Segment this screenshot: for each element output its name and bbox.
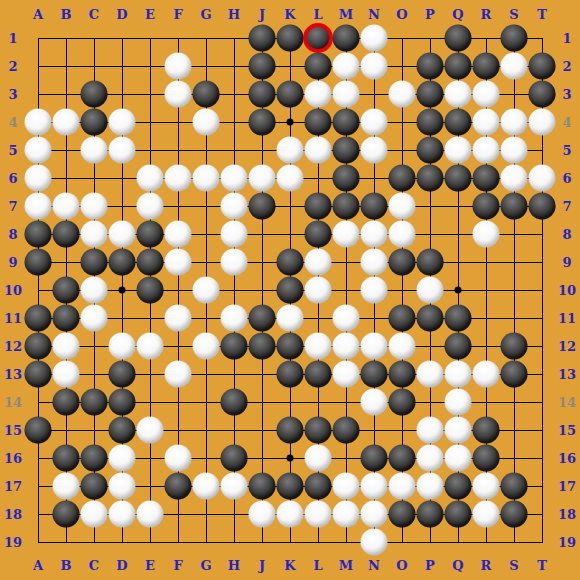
white-stone-G4: [193, 109, 220, 136]
black-stone-O11: [389, 305, 416, 332]
black-stone-O16: [389, 445, 416, 472]
white-stone-F11: [165, 305, 192, 332]
black-stone-D13: [109, 361, 136, 388]
white-stone-G17: [193, 473, 220, 500]
black-stone-K15: [277, 417, 304, 444]
black-stone-J11: [249, 305, 276, 332]
black-stone-M1: [333, 25, 360, 52]
white-stone-P16: [417, 445, 444, 472]
col-label-bottom-D: D: [116, 559, 127, 572]
white-stone-C18: [81, 501, 108, 528]
row-label-left-3: 3: [8, 88, 17, 101]
black-stone-K10: [277, 277, 304, 304]
row-label-right-17: 17: [558, 480, 576, 493]
black-stone-N13: [361, 361, 388, 388]
row-label-right-18: 18: [558, 508, 576, 521]
row-label-right-10: 10: [558, 284, 576, 297]
col-label-bottom-P: P: [425, 559, 435, 572]
col-label-bottom-Q: Q: [452, 559, 463, 572]
white-stone-F3: [165, 81, 192, 108]
white-stone-D8: [109, 221, 136, 248]
white-stone-L16: [305, 445, 332, 472]
black-stone-L8: [305, 221, 332, 248]
white-stone-N14: [361, 389, 388, 416]
white-stone-M8: [333, 221, 360, 248]
white-stone-P13: [417, 361, 444, 388]
white-stone-Q15: [445, 417, 472, 444]
black-stone-K3: [277, 81, 304, 108]
row-label-left-5: 5: [8, 144, 17, 157]
white-stone-N12: [361, 333, 388, 360]
black-stone-J12: [249, 333, 276, 360]
black-stone-H12: [221, 333, 248, 360]
white-stone-N10: [361, 277, 388, 304]
go-board[interactable]: AABBCCDDEEFFGGHHJJKKLLMMNNOOPPQQRRSSTT11…: [0, 0, 580, 580]
white-stone-S6: [501, 165, 528, 192]
black-stone-B11: [53, 305, 80, 332]
black-stone-R16: [473, 445, 500, 472]
black-stone-Q18: [445, 501, 472, 528]
white-stone-D12: [109, 333, 136, 360]
row-label-left-17: 17: [4, 480, 22, 493]
white-stone-B7: [53, 193, 80, 220]
col-label-bottom-L: L: [313, 559, 322, 572]
black-stone-N7: [361, 193, 388, 220]
black-stone-R2: [473, 53, 500, 80]
white-stone-B4: [53, 109, 80, 136]
white-stone-S2: [501, 53, 528, 80]
col-label-bottom-A: A: [33, 559, 43, 572]
black-stone-R15: [473, 417, 500, 444]
white-stone-H11: [221, 305, 248, 332]
row-label-right-2: 2: [562, 60, 571, 73]
row-label-right-7: 7: [562, 200, 571, 213]
row-label-right-16: 16: [558, 452, 576, 465]
white-stone-N18: [361, 501, 388, 528]
black-stone-H16: [221, 445, 248, 472]
white-stone-C11: [81, 305, 108, 332]
black-stone-A13: [25, 361, 52, 388]
white-stone-Q5: [445, 137, 472, 164]
white-stone-R3: [473, 81, 500, 108]
black-stone-S7: [501, 193, 528, 220]
white-stone-C10: [81, 277, 108, 304]
row-label-left-12: 12: [4, 340, 22, 353]
black-stone-C17: [81, 473, 108, 500]
white-stone-D16: [109, 445, 136, 472]
row-label-left-6: 6: [8, 172, 17, 185]
col-label-top-F: F: [173, 8, 182, 21]
black-stone-L7: [305, 193, 332, 220]
row-label-left-18: 18: [4, 508, 22, 521]
white-stone-G6: [193, 165, 220, 192]
black-stone-A15: [25, 417, 52, 444]
white-stone-B13: [53, 361, 80, 388]
white-stone-F16: [165, 445, 192, 472]
white-stone-C5: [81, 137, 108, 164]
col-label-bottom-H: H: [228, 559, 240, 572]
white-stone-R17: [473, 473, 500, 500]
col-label-bottom-G: G: [200, 559, 211, 572]
col-label-bottom-M: M: [339, 559, 353, 572]
black-stone-B16: [53, 445, 80, 472]
row-label-right-4: 4: [562, 116, 571, 129]
white-stone-R4: [473, 109, 500, 136]
black-stone-O14: [389, 389, 416, 416]
col-label-top-P: P: [425, 8, 435, 21]
white-stone-E6: [137, 165, 164, 192]
col-label-bottom-B: B: [61, 559, 72, 572]
black-stone-L2: [305, 53, 332, 80]
white-stone-M13: [333, 361, 360, 388]
white-stone-O12: [389, 333, 416, 360]
white-stone-K6: [277, 165, 304, 192]
row-label-left-16: 16: [4, 452, 22, 465]
black-stone-S17: [501, 473, 528, 500]
col-label-top-L: L: [313, 8, 322, 21]
black-stone-K13: [277, 361, 304, 388]
black-stone-E10: [137, 277, 164, 304]
row-label-right-9: 9: [562, 256, 571, 269]
row-label-left-11: 11: [4, 312, 22, 325]
row-label-right-13: 13: [558, 368, 576, 381]
white-stone-P10: [417, 277, 444, 304]
black-stone-C16: [81, 445, 108, 472]
last-move-marker: [303, 23, 333, 53]
white-stone-N19: [361, 529, 388, 556]
white-stone-F13: [165, 361, 192, 388]
black-stone-P18: [417, 501, 444, 528]
black-stone-O13: [389, 361, 416, 388]
white-stone-S5: [501, 137, 528, 164]
black-stone-A11: [25, 305, 52, 332]
white-stone-R18: [473, 501, 500, 528]
black-stone-T3: [529, 81, 556, 108]
col-label-top-D: D: [116, 8, 127, 21]
black-stone-K9: [277, 249, 304, 276]
white-stone-N4: [361, 109, 388, 136]
row-label-right-19: 19: [558, 536, 576, 549]
white-stone-P15: [417, 417, 444, 444]
col-label-bottom-J: J: [259, 559, 265, 572]
black-stone-S18: [501, 501, 528, 528]
row-label-right-1: 1: [562, 32, 571, 45]
white-stone-B12: [53, 333, 80, 360]
white-stone-E15: [137, 417, 164, 444]
col-label-top-A: A: [33, 8, 43, 21]
black-stone-Q4: [445, 109, 472, 136]
black-stone-B8: [53, 221, 80, 248]
row-label-left-1: 1: [8, 32, 17, 45]
row-label-right-3: 3: [562, 88, 571, 101]
white-stone-N17: [361, 473, 388, 500]
white-stone-F6: [165, 165, 192, 192]
black-stone-C14: [81, 389, 108, 416]
white-stone-T4: [529, 109, 556, 136]
row-label-left-4: 4: [8, 116, 17, 129]
col-label-top-K: K: [284, 8, 295, 21]
col-label-bottom-E: E: [145, 559, 155, 572]
white-stone-A6: [25, 165, 52, 192]
black-stone-K1: [277, 25, 304, 52]
black-stone-T2: [529, 53, 556, 80]
col-label-bottom-C: C: [89, 559, 99, 572]
row-label-right-11: 11: [558, 312, 576, 325]
black-stone-G3: [193, 81, 220, 108]
white-stone-F8: [165, 221, 192, 248]
black-stone-P9: [417, 249, 444, 276]
white-stone-G12: [193, 333, 220, 360]
grid-line-horizontal-19: [38, 542, 543, 543]
row-label-right-14: 14: [558, 396, 576, 409]
black-stone-Q12: [445, 333, 472, 360]
black-stone-L15: [305, 417, 332, 444]
white-stone-L5: [305, 137, 332, 164]
white-stone-K5: [277, 137, 304, 164]
white-stone-L9: [305, 249, 332, 276]
black-stone-E8: [137, 221, 164, 248]
white-stone-D18: [109, 501, 136, 528]
white-stone-M17: [333, 473, 360, 500]
white-stone-H7: [221, 193, 248, 220]
black-stone-O18: [389, 501, 416, 528]
white-stone-R13: [473, 361, 500, 388]
col-label-top-N: N: [368, 8, 380, 21]
black-stone-N16: [361, 445, 388, 472]
black-stone-Q2: [445, 53, 472, 80]
white-stone-A7: [25, 193, 52, 220]
black-stone-P11: [417, 305, 444, 332]
col-label-bottom-O: O: [396, 559, 407, 572]
white-stone-N1: [361, 25, 388, 52]
white-stone-M18: [333, 501, 360, 528]
white-stone-Q13: [445, 361, 472, 388]
row-label-right-12: 12: [558, 340, 576, 353]
white-stone-N9: [361, 249, 388, 276]
col-label-bottom-K: K: [284, 559, 295, 572]
black-stone-S12: [501, 333, 528, 360]
white-stone-B17: [53, 473, 80, 500]
black-stone-J17: [249, 473, 276, 500]
white-stone-A5: [25, 137, 52, 164]
col-label-bottom-R: R: [481, 559, 492, 572]
black-stone-C9: [81, 249, 108, 276]
white-stone-L10: [305, 277, 332, 304]
white-stone-N2: [361, 53, 388, 80]
white-stone-Q16: [445, 445, 472, 472]
col-label-bottom-S: S: [509, 559, 518, 572]
white-stone-F9: [165, 249, 192, 276]
black-stone-M4: [333, 109, 360, 136]
black-stone-D9: [109, 249, 136, 276]
hoshi-point-Q10: [455, 287, 462, 294]
white-stone-E12: [137, 333, 164, 360]
col-label-top-Q: Q: [452, 8, 463, 21]
col-label-bottom-F: F: [173, 559, 182, 572]
row-label-left-14: 14: [4, 396, 22, 409]
white-stone-A4: [25, 109, 52, 136]
white-stone-R5: [473, 137, 500, 164]
row-label-right-8: 8: [562, 228, 571, 241]
black-stone-O9: [389, 249, 416, 276]
black-stone-D15: [109, 417, 136, 444]
white-stone-J18: [249, 501, 276, 528]
row-label-left-13: 13: [4, 368, 22, 381]
white-stone-L18: [305, 501, 332, 528]
hoshi-point-K16: [287, 455, 294, 462]
black-stone-S13: [501, 361, 528, 388]
row-label-left-8: 8: [8, 228, 17, 241]
white-stone-P17: [417, 473, 444, 500]
col-label-top-G: G: [200, 8, 211, 21]
white-stone-K18: [277, 501, 304, 528]
black-stone-P4: [417, 109, 444, 136]
white-stone-H17: [221, 473, 248, 500]
black-stone-Q1: [445, 25, 472, 52]
white-stone-L12: [305, 333, 332, 360]
col-label-top-B: B: [61, 8, 72, 21]
white-stone-N5: [361, 137, 388, 164]
black-stone-A9: [25, 249, 52, 276]
white-stone-C8: [81, 221, 108, 248]
white-stone-J6: [249, 165, 276, 192]
col-label-top-J: J: [259, 8, 265, 21]
black-stone-B18: [53, 501, 80, 528]
black-stone-B10: [53, 277, 80, 304]
white-stone-O3: [389, 81, 416, 108]
col-label-top-C: C: [89, 8, 99, 21]
black-stone-B14: [53, 389, 80, 416]
white-stone-O8: [389, 221, 416, 248]
black-stone-P5: [417, 137, 444, 164]
black-stone-Q11: [445, 305, 472, 332]
col-label-bottom-T: T: [537, 559, 547, 572]
black-stone-K12: [277, 333, 304, 360]
col-label-top-S: S: [509, 8, 518, 21]
white-stone-H9: [221, 249, 248, 276]
black-stone-T7: [529, 193, 556, 220]
black-stone-A12: [25, 333, 52, 360]
black-stone-P2: [417, 53, 444, 80]
black-stone-P6: [417, 165, 444, 192]
black-stone-L17: [305, 473, 332, 500]
white-stone-E18: [137, 501, 164, 528]
white-stone-R8: [473, 221, 500, 248]
white-stone-N8: [361, 221, 388, 248]
white-stone-S4: [501, 109, 528, 136]
black-stone-R6: [473, 165, 500, 192]
white-stone-O7: [389, 193, 416, 220]
black-stone-R7: [473, 193, 500, 220]
black-stone-F17: [165, 473, 192, 500]
white-stone-H6: [221, 165, 248, 192]
hoshi-point-D10: [119, 287, 126, 294]
black-stone-O6: [389, 165, 416, 192]
col-label-bottom-N: N: [368, 559, 380, 572]
black-stone-C4: [81, 109, 108, 136]
white-stone-M12: [333, 333, 360, 360]
white-stone-F2: [165, 53, 192, 80]
col-label-top-R: R: [481, 8, 492, 21]
white-stone-M11: [333, 305, 360, 332]
hoshi-point-K4: [287, 119, 294, 126]
white-stone-D17: [109, 473, 136, 500]
black-stone-S1: [501, 25, 528, 52]
col-label-top-T: T: [537, 8, 547, 21]
black-stone-J3: [249, 81, 276, 108]
black-stone-Q6: [445, 165, 472, 192]
white-stone-M2: [333, 53, 360, 80]
black-stone-J7: [249, 193, 276, 220]
black-stone-J4: [249, 109, 276, 136]
row-label-left-15: 15: [4, 424, 22, 437]
white-stone-H8: [221, 221, 248, 248]
black-stone-J2: [249, 53, 276, 80]
row-label-left-2: 2: [8, 60, 17, 73]
black-stone-C3: [81, 81, 108, 108]
row-label-right-5: 5: [562, 144, 571, 157]
black-stone-M15: [333, 417, 360, 444]
row-label-right-6: 6: [562, 172, 571, 185]
row-label-left-19: 19: [4, 536, 22, 549]
white-stone-E7: [137, 193, 164, 220]
white-stone-Q14: [445, 389, 472, 416]
col-label-top-H: H: [228, 8, 240, 21]
white-stone-C7: [81, 193, 108, 220]
white-stone-D5: [109, 137, 136, 164]
black-stone-D14: [109, 389, 136, 416]
white-stone-M3: [333, 81, 360, 108]
row-label-left-9: 9: [8, 256, 17, 269]
white-stone-L3: [305, 81, 332, 108]
white-stone-K11: [277, 305, 304, 332]
row-label-right-15: 15: [558, 424, 576, 437]
col-label-top-O: O: [396, 8, 407, 21]
white-stone-D4: [109, 109, 136, 136]
white-stone-T6: [529, 165, 556, 192]
black-stone-K17: [277, 473, 304, 500]
black-stone-L4: [305, 109, 332, 136]
white-stone-Q3: [445, 81, 472, 108]
black-stone-A8: [25, 221, 52, 248]
black-stone-P3: [417, 81, 444, 108]
col-label-top-E: E: [145, 8, 155, 21]
white-stone-O17: [389, 473, 416, 500]
col-label-top-M: M: [339, 8, 353, 21]
white-stone-G10: [193, 277, 220, 304]
black-stone-M5: [333, 137, 360, 164]
row-label-left-10: 10: [4, 284, 22, 297]
black-stone-Q17: [445, 473, 472, 500]
row-label-left-7: 7: [8, 200, 17, 213]
black-stone-J1: [249, 25, 276, 52]
black-stone-M6: [333, 165, 360, 192]
black-stone-M7: [333, 193, 360, 220]
black-stone-H14: [221, 389, 248, 416]
black-stone-E9: [137, 249, 164, 276]
black-stone-L13: [305, 361, 332, 388]
